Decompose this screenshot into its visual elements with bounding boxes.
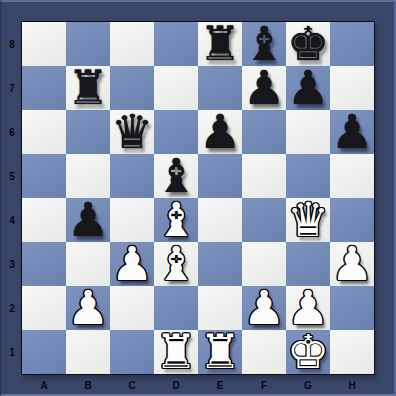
square-b7[interactable]: ♜ [66, 66, 110, 110]
square-b4[interactable]: ♟ [66, 198, 110, 242]
file-label-c: C [110, 376, 154, 394]
square-a7[interactable] [22, 66, 66, 110]
square-c3[interactable]: ♟ [110, 242, 154, 286]
rank-label-3: 3 [2, 242, 22, 286]
square-f2[interactable]: ♟ [242, 286, 286, 330]
white-pawn[interactable]: ♟ [330, 242, 374, 286]
square-d3[interactable]: ♝ [154, 242, 198, 286]
square-h1[interactable] [330, 330, 374, 374]
file-label-f: F [242, 376, 286, 394]
file-label-h: H [330, 376, 374, 394]
square-c1[interactable] [110, 330, 154, 374]
black-pawn[interactable]: ♟ [198, 110, 242, 154]
square-e3[interactable] [198, 242, 242, 286]
white-king[interactable]: ♚ [286, 330, 330, 374]
square-a8[interactable] [22, 22, 66, 66]
chess-board-frame: ♜♝♚♜♟♟♛♟♟♝♟♝♛♟♝♟♟♟♟♜♜♚ 87654321ABCDEFGH [0, 0, 396, 396]
square-h6[interactable]: ♟ [330, 110, 374, 154]
square-f7[interactable]: ♟ [242, 66, 286, 110]
file-label-a: A [22, 376, 66, 394]
rank-label-8: 8 [2, 22, 22, 66]
square-d8[interactable] [154, 22, 198, 66]
square-c2[interactable] [110, 286, 154, 330]
square-c5[interactable] [110, 154, 154, 198]
square-c6[interactable]: ♛ [110, 110, 154, 154]
white-pawn[interactable]: ♟ [66, 286, 110, 330]
rank-label-7: 7 [2, 66, 22, 110]
square-b6[interactable] [66, 110, 110, 154]
white-pawn[interactable]: ♟ [110, 242, 154, 286]
square-g4[interactable]: ♛ [286, 198, 330, 242]
black-pawn[interactable]: ♟ [286, 66, 330, 110]
black-pawn[interactable]: ♟ [242, 66, 286, 110]
white-queen[interactable]: ♛ [286, 198, 330, 242]
square-h5[interactable] [330, 154, 374, 198]
square-g1[interactable]: ♚ [286, 330, 330, 374]
rank-label-2: 2 [2, 286, 22, 330]
white-rook[interactable]: ♜ [154, 330, 198, 374]
chess-board: ♜♝♚♜♟♟♛♟♟♝♟♝♛♟♝♟♟♟♟♜♜♚ [22, 22, 374, 374]
rank-label-1: 1 [2, 330, 22, 374]
square-f6[interactable] [242, 110, 286, 154]
square-a3[interactable] [22, 242, 66, 286]
square-h3[interactable]: ♟ [330, 242, 374, 286]
rank-label-5: 5 [2, 154, 22, 198]
black-queen[interactable]: ♛ [110, 110, 154, 154]
white-bishop[interactable]: ♝ [154, 242, 198, 286]
file-label-b: B [66, 376, 110, 394]
square-a5[interactable] [22, 154, 66, 198]
square-e1[interactable]: ♜ [198, 330, 242, 374]
square-f1[interactable] [242, 330, 286, 374]
square-c8[interactable] [110, 22, 154, 66]
square-d1[interactable]: ♜ [154, 330, 198, 374]
square-g7[interactable]: ♟ [286, 66, 330, 110]
square-h8[interactable] [330, 22, 374, 66]
square-a6[interactable] [22, 110, 66, 154]
square-a1[interactable] [22, 330, 66, 374]
square-g6[interactable] [286, 110, 330, 154]
square-f4[interactable] [242, 198, 286, 242]
white-rook[interactable]: ♜ [198, 330, 242, 374]
white-pawn[interactable]: ♟ [242, 286, 286, 330]
square-e6[interactable]: ♟ [198, 110, 242, 154]
square-a2[interactable] [22, 286, 66, 330]
square-e8[interactable]: ♜ [198, 22, 242, 66]
black-pawn[interactable]: ♟ [66, 198, 110, 242]
black-pawn[interactable]: ♟ [330, 110, 374, 154]
black-rook[interactable]: ♜ [66, 66, 110, 110]
square-f5[interactable] [242, 154, 286, 198]
black-rook[interactable]: ♜ [198, 22, 242, 66]
square-b1[interactable] [66, 330, 110, 374]
square-e4[interactable] [198, 198, 242, 242]
square-a4[interactable] [22, 198, 66, 242]
square-d7[interactable] [154, 66, 198, 110]
rank-label-6: 6 [2, 110, 22, 154]
square-b2[interactable]: ♟ [66, 286, 110, 330]
square-e5[interactable] [198, 154, 242, 198]
square-h2[interactable] [330, 286, 374, 330]
rank-label-4: 4 [2, 198, 22, 242]
